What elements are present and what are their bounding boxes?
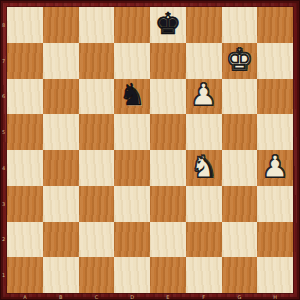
square-e1[interactable] [150,257,186,293]
rank-label-2: 2 [0,222,7,258]
square-d6[interactable]: ♞ [114,79,150,115]
square-f7[interactable] [186,43,222,79]
square-h4[interactable]: ♟ [257,150,293,186]
square-f1[interactable] [186,257,222,293]
file-label-h: H [257,293,293,300]
file-label-e: E [150,293,186,300]
square-e4[interactable] [150,150,186,186]
square-b5[interactable] [43,114,79,150]
square-b4[interactable] [43,150,79,186]
square-f8[interactable] [186,7,222,43]
square-c2[interactable] [79,222,115,258]
square-a8[interactable] [7,7,43,43]
square-e2[interactable] [150,222,186,258]
square-g8[interactable] [222,7,258,43]
square-f2[interactable] [186,222,222,258]
square-c6[interactable] [79,79,115,115]
square-a6[interactable] [7,79,43,115]
file-coordinates: ABCDEFGH [7,293,293,300]
rank-label-3: 3 [0,186,7,222]
square-h3[interactable] [257,186,293,222]
square-a3[interactable] [7,186,43,222]
square-a5[interactable] [7,114,43,150]
chess-board: ♚♚♞♟♞♟ [7,7,293,293]
file-label-c: C [79,293,115,300]
square-h8[interactable] [257,7,293,43]
file-label-d: D [114,293,150,300]
square-e5[interactable] [150,114,186,150]
rank-label-5: 5 [0,114,7,150]
white-king: ♚ [226,45,253,75]
square-g2[interactable] [222,222,258,258]
square-e8[interactable]: ♚ [150,7,186,43]
square-h1[interactable] [257,257,293,293]
square-e6[interactable] [150,79,186,115]
square-f4[interactable]: ♞ [186,150,222,186]
square-d3[interactable] [114,186,150,222]
file-label-b: B [43,293,79,300]
square-d7[interactable] [114,43,150,79]
square-b2[interactable] [43,222,79,258]
white-pawn: ♟ [190,80,217,110]
square-b3[interactable] [43,186,79,222]
rank-coordinates: 87654321 [0,7,7,293]
white-knight: ♞ [190,152,217,182]
square-b6[interactable] [43,79,79,115]
square-f5[interactable] [186,114,222,150]
square-c3[interactable] [79,186,115,222]
square-c7[interactable] [79,43,115,79]
square-c1[interactable] [79,257,115,293]
square-d8[interactable] [114,7,150,43]
rank-label-6: 6 [0,79,7,115]
square-f3[interactable] [186,186,222,222]
square-h5[interactable] [257,114,293,150]
square-g5[interactable] [222,114,258,150]
square-g3[interactable] [222,186,258,222]
board-frame: 87654321 ABCDEFGH ♚♚♞♟♞♟ [0,0,300,300]
rank-label-8: 8 [0,7,7,43]
black-knight: ♞ [119,80,146,110]
file-label-a: A [7,293,43,300]
white-pawn: ♟ [262,152,289,182]
square-e3[interactable] [150,186,186,222]
square-d1[interactable] [114,257,150,293]
square-h2[interactable] [257,222,293,258]
square-d2[interactable] [114,222,150,258]
square-e7[interactable] [150,43,186,79]
square-a2[interactable] [7,222,43,258]
square-a1[interactable] [7,257,43,293]
file-label-f: F [186,293,222,300]
square-d4[interactable] [114,150,150,186]
square-h6[interactable] [257,79,293,115]
square-h7[interactable] [257,43,293,79]
black-king: ♚ [154,9,181,39]
square-c8[interactable] [79,7,115,43]
square-c5[interactable] [79,114,115,150]
square-f6[interactable]: ♟ [186,79,222,115]
square-b8[interactable] [43,7,79,43]
square-g7[interactable]: ♚ [222,43,258,79]
square-a4[interactable] [7,150,43,186]
square-a7[interactable] [7,43,43,79]
square-g4[interactable] [222,150,258,186]
file-label-g: G [222,293,258,300]
rank-label-7: 7 [0,43,7,79]
square-b7[interactable] [43,43,79,79]
square-c4[interactable] [79,150,115,186]
square-g6[interactable] [222,79,258,115]
square-b1[interactable] [43,257,79,293]
rank-label-1: 1 [0,257,7,293]
square-g1[interactable] [222,257,258,293]
square-d5[interactable] [114,114,150,150]
rank-label-4: 4 [0,150,7,186]
